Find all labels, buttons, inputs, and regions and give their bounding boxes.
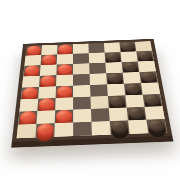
square-r4c6[interactable]: ⛂ (106, 72, 124, 84)
square-r1c5[interactable] (88, 43, 104, 53)
square-r3c5[interactable] (89, 62, 106, 73)
brown-checker[interactable]: ⛂ (137, 50, 153, 59)
brown-checker-glyph: ⛂ (148, 94, 158, 105)
square-r5c3[interactable]: ⛂ (56, 85, 73, 97)
red-checker[interactable]: ⛂ (42, 54, 57, 63)
red-checker-glyph: ⛂ (28, 65, 36, 75)
square-r7c1[interactable]: ⛂ (18, 111, 37, 125)
square-r6c1[interactable] (19, 98, 38, 111)
red-checker-glyph: ⛂ (30, 45, 38, 54)
brown-checker-glyph: ⛂ (144, 71, 153, 81)
square-r8c6[interactable]: ⛂ (110, 120, 130, 134)
red-checker[interactable]: ⛂ (19, 111, 36, 123)
red-checker[interactable]: ⛂ (57, 85, 72, 96)
red-checker-glyph: ⛂ (61, 64, 68, 74)
square-r7c3[interactable]: ⛂ (55, 109, 73, 123)
brown-checker[interactable]: ⛂ (140, 71, 156, 81)
brown-checker[interactable]: ⛂ (120, 41, 135, 50)
red-checker-glyph: ⛂ (26, 87, 35, 98)
square-r2c1[interactable] (24, 55, 41, 66)
red-checker-glyph: ⛂ (45, 54, 53, 63)
brown-checker-glyph: ⛂ (109, 52, 117, 61)
red-checker[interactable]: ⛂ (22, 87, 38, 98)
red-checker[interactable]: ⛂ (26, 45, 41, 54)
square-r3c3[interactable]: ⛂ (56, 64, 73, 75)
square-r1c1[interactable]: ⛂ (25, 45, 42, 55)
square-r5c1[interactable]: ⛂ (21, 87, 39, 99)
brown-checker-glyph: ⛂ (129, 83, 138, 94)
square-r3c8[interactable] (138, 60, 156, 71)
square-r7c5[interactable] (91, 108, 110, 122)
square-r5c4[interactable] (73, 85, 90, 97)
square-r2c6[interactable]: ⛂ (105, 52, 122, 63)
square-r3c1[interactable]: ⛂ (23, 65, 40, 76)
square-r5c6[interactable] (107, 83, 125, 95)
brown-checker[interactable]: ⛂ (147, 119, 165, 132)
square-r4c2[interactable]: ⛂ (39, 75, 56, 87)
square-r8c5[interactable] (91, 121, 110, 135)
brown-checker[interactable]: ⛂ (107, 72, 123, 82)
square-r5c5[interactable] (90, 84, 108, 96)
square-r1c4[interactable] (73, 43, 89, 53)
square-r7c6[interactable] (109, 107, 128, 121)
square-r5c7[interactable]: ⛂ (124, 83, 143, 95)
square-r8c1[interactable] (17, 123, 37, 137)
brown-checker[interactable]: ⛂ (106, 52, 121, 61)
brown-checker-glyph: ⛂ (124, 42, 132, 51)
square-r4c7[interactable] (123, 72, 141, 84)
square-r1c6[interactable] (104, 42, 121, 52)
square-r7c4[interactable] (73, 108, 91, 122)
square-r4c3[interactable] (56, 74, 73, 86)
square-r3c2[interactable] (40, 64, 57, 75)
square-r2c7[interactable] (120, 51, 137, 62)
square-r2c8[interactable]: ⛂ (136, 50, 154, 61)
square-r6c8[interactable]: ⛂ (143, 94, 163, 107)
brown-checker[interactable]: ⛂ (109, 95, 126, 106)
brown-checker-glyph: ⛂ (151, 119, 161, 131)
red-checker-glyph: ⛂ (62, 44, 69, 53)
square-r5c2[interactable] (38, 86, 56, 98)
square-r1c7[interactable]: ⛂ (119, 41, 136, 51)
square-r8c3[interactable] (54, 122, 73, 136)
red-checker[interactable]: ⛂ (40, 75, 55, 85)
brown-checker[interactable]: ⛂ (111, 120, 128, 133)
red-checker-glyph: ⛂ (42, 98, 50, 109)
square-r4c1[interactable] (22, 75, 40, 87)
square-r3c7[interactable]: ⛂ (122, 61, 140, 72)
square-r8c4[interactable] (73, 121, 92, 135)
red-checker[interactable]: ⛂ (39, 98, 55, 109)
red-checker[interactable]: ⛂ (57, 64, 72, 74)
square-r2c4[interactable] (73, 53, 89, 64)
square-r6c2[interactable]: ⛂ (37, 98, 55, 111)
red-checker-glyph: ⛂ (60, 85, 68, 96)
brown-checker[interactable]: ⛂ (144, 94, 161, 105)
square-r6c6[interactable]: ⛂ (108, 95, 127, 108)
red-checker[interactable]: ⛂ (24, 65, 39, 75)
red-checker[interactable]: ⛂ (56, 109, 72, 121)
red-checker-glyph: ⛂ (60, 109, 68, 121)
square-r5c8[interactable] (141, 82, 160, 94)
brown-checker-glyph: ⛂ (113, 95, 122, 106)
red-checker-glyph: ⛂ (23, 111, 32, 123)
square-r8c8[interactable]: ⛂ (146, 119, 167, 133)
brown-checker-glyph: ⛂ (111, 72, 119, 82)
square-r7c8[interactable] (144, 106, 164, 120)
square-r6c7[interactable] (125, 94, 144, 107)
brown-checker-glyph: ⛂ (132, 107, 141, 119)
square-r4c8[interactable]: ⛂ (139, 71, 158, 83)
square-r7c2[interactable] (36, 110, 55, 124)
square-r1c2[interactable] (41, 44, 57, 54)
square-r7c7[interactable]: ⛂ (127, 106, 147, 120)
brown-checker[interactable]: ⛂ (125, 83, 141, 94)
square-r8c7[interactable] (128, 119, 148, 133)
square-r4c5[interactable] (90, 73, 107, 85)
square-r8c2[interactable]: ⛂ (35, 123, 54, 137)
square-r3c4[interactable] (73, 63, 90, 74)
square-r6c3[interactable] (55, 97, 73, 110)
square-r3c6[interactable] (105, 62, 122, 73)
brown-checker-glyph: ⛂ (141, 51, 150, 60)
checkers-board: ⛂⛂⛂⛂⛂⛂⛂⛂⛂⛂⛂⛂⛂⛂⛂⛂⛂⛂⛂⛂⛂⛂⛂⛂ (12, 38, 172, 141)
red-checker-glyph: ⛂ (41, 123, 50, 135)
photo-scene: ⛂⛂⛂⛂⛂⛂⛂⛂⛂⛂⛂⛂⛂⛂⛂⛂⛂⛂⛂⛂⛂⛂⛂⛂ (0, 0, 180, 180)
red-checker-glyph: ⛂ (44, 75, 52, 85)
square-r2c5[interactable] (89, 52, 106, 63)
square-r6c4[interactable] (73, 96, 91, 109)
brown-checker[interactable]: ⛂ (128, 106, 145, 118)
square-r6c5[interactable] (90, 96, 108, 109)
red-checker[interactable]: ⛂ (58, 44, 72, 53)
brown-checker[interactable]: ⛂ (123, 61, 139, 71)
square-r2c3[interactable] (57, 53, 73, 64)
board-perspective-wrap: ⛂⛂⛂⛂⛂⛂⛂⛂⛂⛂⛂⛂⛂⛂⛂⛂⛂⛂⛂⛂⛂⛂⛂⛂ (12, 38, 172, 141)
red-checker[interactable]: ⛂ (37, 123, 54, 136)
brown-checker-glyph: ⛂ (126, 61, 134, 71)
brown-checker-glyph: ⛂ (115, 120, 124, 132)
square-r2c2[interactable]: ⛂ (41, 54, 58, 65)
square-r1c8[interactable] (135, 41, 152, 51)
square-r4c4[interactable] (73, 73, 90, 85)
square-r1c3[interactable]: ⛂ (57, 44, 73, 54)
